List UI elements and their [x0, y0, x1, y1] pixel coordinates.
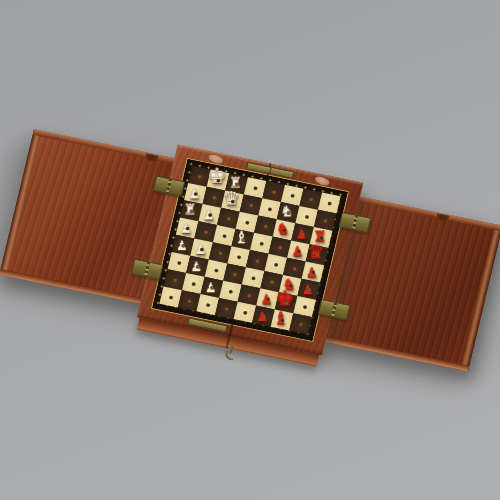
piece-white-bishop[interactable]: ♝	[233, 230, 248, 247]
piece-red-knight[interactable]: ♞	[276, 222, 289, 237]
right-lid-top-edge	[356, 196, 500, 231]
piece-red-pawn[interactable]: ♟	[256, 310, 268, 323]
brass-hook-latch	[224, 344, 235, 359]
chess-set-scene: ♚♜♟♛♞♜♟♞♟♜♟♝♟♛♟♟♟♟♞♟♟♟♚♟♝	[0, 0, 500, 500]
piece-red-pawn[interactable]: ♟	[305, 266, 317, 279]
piece-red-pawn[interactable]: ♟	[291, 245, 303, 258]
piece-white-knight[interactable]: ♞	[280, 205, 293, 220]
piece-white-queen[interactable]: ♛	[222, 189, 239, 208]
right-lid-finger-notch	[435, 213, 449, 222]
piece-white-rook[interactable]: ♜	[183, 203, 196, 218]
square-h1[interactable]	[289, 313, 312, 334]
piece-white-pawn[interactable]: ♟	[190, 261, 202, 274]
left-lid-finger-notch	[144, 153, 158, 162]
piece-red-bishop[interactable]: ♝	[273, 310, 288, 327]
piece-red-pawn[interactable]: ♟	[301, 283, 313, 296]
photo-stage: ♚♜♟♛♞♜♟♞♟♜♟♝♟♛♟♟♟♟♞♟♟♟♚♟♝	[0, 0, 500, 500]
piece-white-pawn[interactable]: ♟	[175, 239, 187, 252]
piece-white-pawn[interactable]: ♟	[202, 209, 214, 222]
board-box: ♚♜♟♛♞♜♟♞♟♜♟♝♟♛♟♟♟♟♞♟♟♟♚♟♝	[137, 145, 364, 356]
piece-red-pawn[interactable]: ♟	[260, 293, 272, 306]
piece-white-pawn[interactable]: ♟	[180, 222, 192, 235]
piece-white-pawn[interactable]: ♟	[194, 243, 206, 256]
chess-board: ♚♜♟♛♞♜♟♞♟♜♟♝♟♛♟♟♟♟♞♟♟♟♚♟♝	[159, 166, 340, 335]
piece-red-queen[interactable]: ♛	[307, 243, 324, 262]
piece-white-pawn[interactable]: ♟	[188, 188, 200, 201]
piece-red-king[interactable]: ♚	[275, 289, 294, 310]
piece-white-pawn[interactable]: ♟	[204, 282, 216, 295]
brass-hook-curve	[224, 351, 235, 361]
piece-white-king[interactable]: ♚	[207, 166, 226, 187]
piece-red-pawn[interactable]: ♟	[295, 228, 307, 241]
